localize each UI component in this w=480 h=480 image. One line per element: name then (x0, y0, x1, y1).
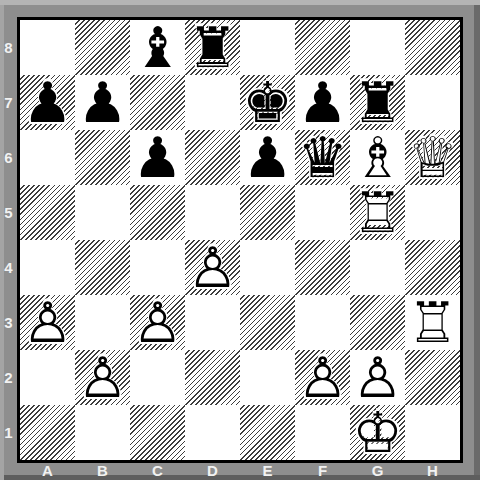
square-d6[interactable] (185, 130, 240, 185)
piece-outline-layer: ♙ (20, 295, 75, 350)
square-c3[interactable]: ♟♙ (130, 295, 185, 350)
square-b4[interactable] (75, 240, 130, 295)
white-rook-h3[interactable]: ♜♖ (405, 295, 460, 350)
black-pawn-a7[interactable]: ♟♟ (20, 75, 75, 130)
rank-label-5: 5 (0, 185, 17, 240)
piece-outline-layer: ♖ (350, 185, 405, 240)
piece-outline-layer: ♔ (350, 405, 405, 460)
square-e6[interactable]: ♟♟ (240, 130, 295, 185)
square-a1[interactable] (20, 405, 75, 460)
square-b2[interactable]: ♟♙ (75, 350, 130, 405)
piece-outline-layer: ♙ (75, 350, 130, 405)
square-f1[interactable] (295, 405, 350, 460)
frame-bevel-top (0, 0, 480, 5)
square-f2[interactable]: ♟♙ (295, 350, 350, 405)
square-a3[interactable]: ♟♙ (20, 295, 75, 350)
square-c6[interactable]: ♟♟ (130, 130, 185, 185)
square-c1[interactable] (130, 405, 185, 460)
square-e3[interactable] (240, 295, 295, 350)
piece-outline-layer: ♙ (130, 295, 185, 350)
square-d7[interactable] (185, 75, 240, 130)
square-h8[interactable] (405, 20, 460, 75)
square-g4[interactable] (350, 240, 405, 295)
rank-label-7: 7 (0, 75, 17, 130)
white-pawn-d4[interactable]: ♟♙ (185, 240, 240, 295)
piece-outline-layer: ♝ (130, 20, 185, 75)
rank-label-1: 1 (0, 405, 17, 460)
piece-outline-layer: ♜ (185, 20, 240, 75)
chess-board: ♝♝♜♜♟♟♟♟♚♚♟♟♜♜♟♟♟♟♛♛♝♗♛♕♜♖♟♙♟♙♟♙♜♖♟♙♟♙♟♙… (17, 17, 463, 463)
piece-outline-layer: ♙ (185, 240, 240, 295)
black-pawn-c6[interactable]: ♟♟ (130, 130, 185, 185)
square-c5[interactable] (130, 185, 185, 240)
square-a6[interactable] (20, 130, 75, 185)
square-e2[interactable] (240, 350, 295, 405)
square-a5[interactable] (20, 185, 75, 240)
file-label-f: F (295, 461, 350, 480)
rank-label-4: 4 (0, 240, 17, 295)
black-rook-d8[interactable]: ♜♜ (185, 20, 240, 75)
black-pawn-b7[interactable]: ♟♟ (75, 75, 130, 130)
piece-outline-layer: ♕ (405, 130, 460, 185)
square-e4[interactable] (240, 240, 295, 295)
white-rook-g5[interactable]: ♜♖ (350, 185, 405, 240)
rank-label-2: 2 (0, 350, 17, 405)
file-label-c: C (130, 461, 185, 480)
square-d3[interactable] (185, 295, 240, 350)
square-b7[interactable]: ♟♟ (75, 75, 130, 130)
square-c8[interactable]: ♝♝ (130, 20, 185, 75)
piece-outline-layer: ♟ (240, 130, 295, 185)
square-h6[interactable]: ♛♕ (405, 130, 460, 185)
square-c2[interactable] (130, 350, 185, 405)
white-pawn-a3[interactable]: ♟♙ (20, 295, 75, 350)
square-g5[interactable]: ♜♖ (350, 185, 405, 240)
piece-outline-layer: ♖ (405, 295, 460, 350)
square-h1[interactable] (405, 405, 460, 460)
black-queen-f6[interactable]: ♛♛ (295, 130, 350, 185)
board-frame: 87654321 ♝♝♜♜♟♟♟♟♚♚♟♟♜♜♟♟♟♟♛♛♝♗♛♕♜♖♟♙♟♙♟… (0, 0, 480, 480)
frame-bevel-right (474, 0, 480, 480)
square-b5[interactable] (75, 185, 130, 240)
square-h5[interactable] (405, 185, 460, 240)
square-f5[interactable] (295, 185, 350, 240)
square-f6[interactable]: ♛♛ (295, 130, 350, 185)
file-label-e: E (240, 461, 295, 480)
white-queen-h6[interactable]: ♛♕ (405, 130, 460, 185)
square-f4[interactable] (295, 240, 350, 295)
white-pawn-b2[interactable]: ♟♙ (75, 350, 130, 405)
rank-label-8: 8 (0, 20, 17, 75)
file-label-a: A (20, 461, 75, 480)
square-b1[interactable] (75, 405, 130, 460)
square-d4[interactable]: ♟♙ (185, 240, 240, 295)
black-pawn-e6[interactable]: ♟♟ (240, 130, 295, 185)
black-bishop-c8[interactable]: ♝♝ (130, 20, 185, 75)
piece-outline-layer: ♟ (130, 130, 185, 185)
square-h2[interactable] (405, 350, 460, 405)
square-g1[interactable]: ♚♔ (350, 405, 405, 460)
white-pawn-f2[interactable]: ♟♙ (295, 350, 350, 405)
square-b6[interactable] (75, 130, 130, 185)
piece-outline-layer: ♟ (75, 75, 130, 130)
rank-label-6: 6 (0, 130, 17, 185)
white-pawn-c3[interactable]: ♟♙ (130, 295, 185, 350)
white-king-g1[interactable]: ♚♔ (350, 405, 405, 460)
rank-label-3: 3 (0, 295, 17, 350)
square-d1[interactable] (185, 405, 240, 460)
piece-outline-layer: ♟ (20, 75, 75, 130)
square-d2[interactable] (185, 350, 240, 405)
square-d8[interactable]: ♜♜ (185, 20, 240, 75)
file-label-b: B (75, 461, 130, 480)
file-label-d: D (185, 461, 240, 480)
square-e5[interactable] (240, 185, 295, 240)
piece-outline-layer: ♛ (295, 130, 350, 185)
file-label-g: G (350, 461, 405, 480)
file-labels: ABCDEFGH (20, 461, 460, 480)
rank-labels: 87654321 (0, 20, 17, 460)
square-a7[interactable]: ♟♟ (20, 75, 75, 130)
square-a2[interactable] (20, 350, 75, 405)
file-label-h: H (405, 461, 460, 480)
square-e1[interactable] (240, 405, 295, 460)
piece-outline-layer: ♙ (295, 350, 350, 405)
square-h3[interactable]: ♜♖ (405, 295, 460, 350)
